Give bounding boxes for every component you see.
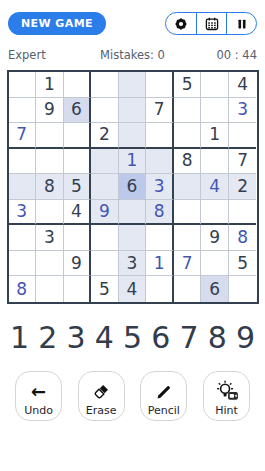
numpad-8[interactable]: 8 xyxy=(208,323,227,353)
pencil-icon xyxy=(154,379,174,404)
cell-r1c6[interactable] xyxy=(146,72,174,98)
numpad-7[interactable]: 7 xyxy=(179,323,198,353)
pencil-label: Pencil xyxy=(148,404,180,417)
pencil-button[interactable]: Pencil xyxy=(140,371,187,421)
timer: 00 : 44 xyxy=(179,48,257,62)
cell-r1c5[interactable] xyxy=(119,72,147,98)
cell-r1c3[interactable] xyxy=(64,72,92,98)
cell-r6c1[interactable]: 3 xyxy=(9,200,37,226)
sudoku-board: 15496737211878563423498398931758546 xyxy=(7,70,259,304)
cell-r2c8[interactable] xyxy=(201,98,229,124)
topbar-icon-group xyxy=(165,12,257,35)
cell-r2c4[interactable] xyxy=(91,98,119,124)
number-pad: 123456789 xyxy=(0,323,265,353)
cell-r5c2[interactable]: 8 xyxy=(36,174,64,200)
cell-r8c3[interactable]: 9 xyxy=(64,251,92,277)
cell-r9c1[interactable]: 8 xyxy=(9,276,37,302)
new-game-button[interactable]: NEW GAME xyxy=(8,12,106,35)
cell-r4c8[interactable] xyxy=(201,149,229,175)
eraser-icon xyxy=(91,379,111,404)
cell-r4c9[interactable]: 7 xyxy=(229,149,257,175)
undo-button[interactable]: ← Undo xyxy=(15,371,62,421)
cell-r7c2[interactable]: 3 xyxy=(36,225,64,251)
cell-r4c7[interactable]: 8 xyxy=(174,149,202,175)
cell-r2c6[interactable]: 7 xyxy=(146,98,174,124)
cell-r6c3[interactable]: 4 xyxy=(64,200,92,226)
erase-button[interactable]: Erase xyxy=(78,371,125,421)
cell-r1c9[interactable]: 4 xyxy=(229,72,257,98)
cell-r1c2[interactable]: 1 xyxy=(36,72,64,98)
cell-r9c3[interactable] xyxy=(64,276,92,302)
cell-r8c1[interactable] xyxy=(9,251,37,277)
cell-r2c9[interactable]: 3 xyxy=(229,98,257,124)
toolbar: ← Undo Erase Pencil xyxy=(0,371,265,421)
cell-r7c1[interactable] xyxy=(9,225,37,251)
sudoku-app: NEW GAME xyxy=(0,0,265,471)
cell-r8c8[interactable] xyxy=(201,251,229,277)
gear-icon xyxy=(173,16,189,32)
cell-r2c1[interactable] xyxy=(9,98,37,124)
numpad-4[interactable]: 4 xyxy=(95,323,114,353)
numpad-1[interactable]: 1 xyxy=(10,323,29,353)
cell-r4c2[interactable] xyxy=(36,149,64,175)
cell-r7c4[interactable] xyxy=(91,225,119,251)
cell-r6c4[interactable]: 9 xyxy=(91,200,119,226)
cell-r3c9[interactable] xyxy=(229,123,257,149)
status-bar: Expert Mistakes: 0 00 : 44 xyxy=(0,48,265,62)
mistakes-counter: Mistakes: 0 xyxy=(86,48,179,62)
cell-r3c4[interactable]: 2 xyxy=(91,123,119,149)
settings-button[interactable] xyxy=(166,13,196,34)
cell-r3c7[interactable] xyxy=(174,123,202,149)
hint-button[interactable]: Hint xyxy=(203,371,250,421)
cell-r1c7[interactable]: 5 xyxy=(174,72,202,98)
numpad-2[interactable]: 2 xyxy=(38,323,57,353)
cell-r5c3[interactable]: 5 xyxy=(64,174,92,200)
cell-r9c2[interactable] xyxy=(36,276,64,302)
cell-r6c9[interactable] xyxy=(229,200,257,226)
cell-r2c5[interactable] xyxy=(119,98,147,124)
undo-arrow-icon: ← xyxy=(31,379,46,404)
cell-r6c7[interactable] xyxy=(174,200,202,226)
pause-icon xyxy=(235,17,249,31)
cell-r7c5[interactable] xyxy=(119,225,147,251)
cell-r4c6[interactable] xyxy=(146,149,174,175)
pause-button[interactable] xyxy=(226,13,256,34)
cell-r1c1[interactable] xyxy=(9,72,37,98)
video-ad-badge xyxy=(229,392,239,400)
numpad-9[interactable]: 9 xyxy=(236,323,255,353)
numpad-6[interactable]: 6 xyxy=(151,323,170,353)
cell-r7c8[interactable]: 9 xyxy=(201,225,229,251)
cell-r8c6[interactable]: 1 xyxy=(146,251,174,277)
cell-r7c6[interactable] xyxy=(146,225,174,251)
cell-r8c7[interactable]: 7 xyxy=(174,251,202,277)
cell-r1c4[interactable] xyxy=(91,72,119,98)
hint-label: Hint xyxy=(215,404,238,417)
cell-r9c9[interactable] xyxy=(229,276,257,302)
erase-label: Erase xyxy=(86,404,117,417)
cell-r9c4[interactable]: 5 xyxy=(91,276,119,302)
cell-r9c8[interactable]: 6 xyxy=(201,276,229,302)
cell-r9c7[interactable] xyxy=(174,276,202,302)
cell-r7c9[interactable]: 8 xyxy=(229,225,257,251)
cell-r2c3[interactable]: 6 xyxy=(64,98,92,124)
cell-r7c3[interactable] xyxy=(64,225,92,251)
cell-r3c5[interactable] xyxy=(119,123,147,149)
light-bulb-icon xyxy=(213,379,239,404)
cell-r9c6[interactable] xyxy=(146,276,174,302)
cell-r4c4[interactable] xyxy=(91,149,119,175)
cell-r4c5[interactable]: 1 xyxy=(119,149,147,175)
cell-r5c7[interactable] xyxy=(174,174,202,200)
difficulty-label: Expert xyxy=(8,48,86,62)
cell-r3c8[interactable]: 1 xyxy=(201,123,229,149)
cell-r3c1[interactable]: 7 xyxy=(9,123,37,149)
undo-label: Undo xyxy=(24,404,53,417)
cell-r5c5[interactable]: 6 xyxy=(119,174,147,200)
cell-r8c9[interactable]: 5 xyxy=(229,251,257,277)
cell-r3c2[interactable] xyxy=(36,123,64,149)
cell-r5c6[interactable]: 3 xyxy=(146,174,174,200)
cell-r5c1[interactable] xyxy=(9,174,37,200)
cell-r6c6[interactable]: 8 xyxy=(146,200,174,226)
cell-r3c3[interactable] xyxy=(64,123,92,149)
cell-r5c9[interactable]: 2 xyxy=(229,174,257,200)
numpad-5[interactable]: 5 xyxy=(123,323,142,353)
cell-r1c8[interactable] xyxy=(201,72,229,98)
cell-r6c8[interactable] xyxy=(201,200,229,226)
cell-r8c4[interactable] xyxy=(91,251,119,277)
cell-r3c6[interactable] xyxy=(146,123,174,149)
cell-r9c5[interactable]: 4 xyxy=(119,276,147,302)
cell-r2c2[interactable]: 9 xyxy=(36,98,64,124)
cell-r4c1[interactable] xyxy=(9,149,37,175)
cell-r8c2[interactable] xyxy=(36,251,64,277)
cell-r6c2[interactable] xyxy=(36,200,64,226)
cell-r6c5[interactable] xyxy=(119,200,147,226)
cell-r2c7[interactable] xyxy=(174,98,202,124)
cell-r5c4[interactable] xyxy=(91,174,119,200)
daily-challenge-button[interactable] xyxy=(196,13,226,34)
cell-r8c5[interactable]: 3 xyxy=(119,251,147,277)
numpad-3[interactable]: 3 xyxy=(66,323,85,353)
cell-r5c8[interactable]: 4 xyxy=(201,174,229,200)
top-bar: NEW GAME xyxy=(0,0,265,35)
cell-r7c7[interactable] xyxy=(174,225,202,251)
cell-r4c3[interactable] xyxy=(64,149,92,175)
calendar-icon xyxy=(204,16,220,32)
